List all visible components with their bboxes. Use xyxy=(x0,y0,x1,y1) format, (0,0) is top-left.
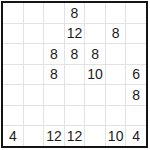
cell-r6c3[interactable] xyxy=(44,106,64,126)
cell-r4c5-clue: 10 xyxy=(85,65,105,85)
cell-r5c6[interactable] xyxy=(106,85,126,105)
cell-r7c7-clue: 4 xyxy=(126,126,146,146)
cell-r6c6[interactable] xyxy=(106,106,126,126)
cell-r5c2[interactable] xyxy=(24,85,44,105)
cell-r5c5[interactable] xyxy=(85,85,105,105)
cell-r4c6[interactable] xyxy=(106,65,126,85)
cell-r5c4[interactable] xyxy=(65,85,85,105)
cell-r7c6-clue: 10 xyxy=(106,126,126,146)
cell-r6c2[interactable] xyxy=(24,106,44,126)
cell-r2c1[interactable] xyxy=(3,24,23,44)
cell-r7c2[interactable] xyxy=(24,126,44,146)
cell-r1c3[interactable] xyxy=(44,3,64,23)
cell-r2c7[interactable] xyxy=(126,24,146,44)
cell-r1c6[interactable] xyxy=(106,3,126,23)
cell-r4c4[interactable] xyxy=(65,65,85,85)
cell-r3c5-clue: 8 xyxy=(85,44,105,64)
cell-r3c1[interactable] xyxy=(3,44,23,64)
cell-r1c1[interactable] xyxy=(3,3,23,23)
cell-r3c3-clue: 8 xyxy=(44,44,64,64)
puzzle-board: 81288888106841212104 xyxy=(1,1,148,148)
cell-r7c4-clue: 12 xyxy=(65,126,85,146)
cell-r3c2[interactable] xyxy=(24,44,44,64)
cell-r5c1[interactable] xyxy=(3,85,23,105)
cell-r4c2[interactable] xyxy=(24,65,44,85)
cell-r3c7[interactable] xyxy=(126,44,146,64)
cell-r6c1[interactable] xyxy=(3,106,23,126)
cell-r1c5[interactable] xyxy=(85,3,105,23)
cell-r7c1-clue: 4 xyxy=(3,126,23,146)
cell-r1c2[interactable] xyxy=(24,3,44,23)
cell-r4c1[interactable] xyxy=(3,65,23,85)
cell-r6c4[interactable] xyxy=(65,106,85,126)
cell-r2c6-clue: 8 xyxy=(106,24,126,44)
cell-r1c7[interactable] xyxy=(126,3,146,23)
cell-r7c5[interactable] xyxy=(85,126,105,146)
cell-r2c2[interactable] xyxy=(24,24,44,44)
cell-r4c3-clue: 8 xyxy=(44,65,64,85)
cell-r6c7[interactable] xyxy=(126,106,146,126)
cell-r2c5[interactable] xyxy=(85,24,105,44)
puzzle-canvas: 81288888106841212104 xyxy=(0,0,150,150)
cell-r2c4-clue: 12 xyxy=(65,24,85,44)
cell-r5c3[interactable] xyxy=(44,85,64,105)
cell-r5c7-clue: 8 xyxy=(126,85,146,105)
cell-r3c6[interactable] xyxy=(106,44,126,64)
cell-r1c4-clue: 8 xyxy=(65,3,85,23)
cell-r3c4-clue: 8 xyxy=(65,44,85,64)
cell-r4c7-clue: 6 xyxy=(126,65,146,85)
cell-r6c5[interactable] xyxy=(85,106,105,126)
cell-r7c3-clue: 12 xyxy=(44,126,64,146)
cell-r2c3[interactable] xyxy=(44,24,64,44)
